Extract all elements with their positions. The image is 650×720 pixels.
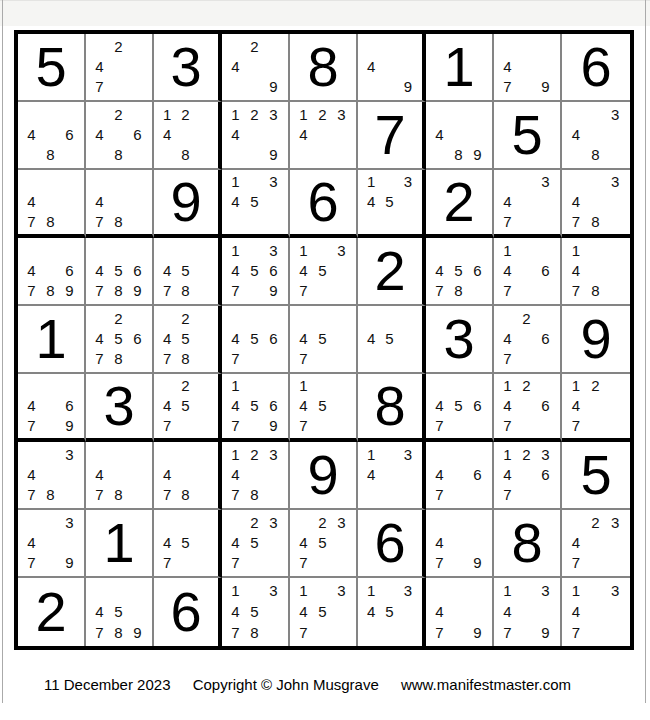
candidate-digit: 2 <box>586 512 606 532</box>
candidate-digit: 2 <box>109 104 128 124</box>
candidate-digit: 7 <box>158 553 176 573</box>
cell-r2c1[interactable]: 468 <box>18 102 86 170</box>
candidate-digit: 1 <box>498 580 517 601</box>
pencil-marks: 1345 <box>362 580 417 643</box>
candidate-digit: 1 <box>226 104 245 124</box>
candidate-digit: 2 <box>245 104 264 124</box>
pencil-marks: 457 <box>294 308 351 369</box>
candidate-digit: 4 <box>566 260 586 280</box>
cell-r4c1[interactable]: 46789 <box>18 238 86 306</box>
candidate-digit: 7 <box>158 485 176 505</box>
candidate-digit: 3 <box>264 104 283 124</box>
candidate-digit: 2 <box>517 376 536 396</box>
cell-r4c5[interactable]: 13457 <box>290 238 358 306</box>
cell-r8c6[interactable]: 6 <box>358 510 426 578</box>
cell-r5c4[interactable]: 4567 <box>222 306 290 374</box>
cell-r7c9[interactable]: 5 <box>562 442 630 510</box>
candidate-digit: 9 <box>128 622 147 643</box>
candidate-digit: 5 <box>313 260 332 280</box>
pencil-marks: 468 <box>22 104 79 165</box>
cell-r1c5[interactable]: 8 <box>290 34 358 102</box>
cell-value: 8 <box>494 510 560 576</box>
candidate-digit: 5 <box>313 601 332 622</box>
candidate-digit: 7 <box>22 553 41 573</box>
pencil-marks: 45678 <box>430 240 487 301</box>
cell-r7c3[interactable]: 478 <box>154 442 222 510</box>
cell-r8c2[interactable]: 1 <box>86 510 154 578</box>
cell-value: 2 <box>358 238 422 304</box>
candidate-digit: 7 <box>22 211 41 231</box>
cell-r1c4[interactable]: 249 <box>222 34 290 102</box>
candidate-digit: 6 <box>468 396 487 416</box>
candidate-digit: 4 <box>226 260 245 280</box>
candidate-digit: 6 <box>128 124 147 144</box>
candidate-digit: 2 <box>176 308 194 328</box>
pencil-marks: 1345 <box>362 172 417 231</box>
cell-r2c5[interactable]: 1234 <box>290 102 358 170</box>
cell-r6c5[interactable]: 1457 <box>290 374 358 442</box>
candidate-digit: 3 <box>264 240 283 260</box>
candidate-digit: 3 <box>605 172 625 192</box>
pencil-marks: 467 <box>430 444 487 505</box>
candidate-digit: 7 <box>226 281 245 301</box>
candidate-digit: 2 <box>313 104 332 124</box>
candidate-digit: 4 <box>430 260 449 280</box>
cell-r9c3[interactable]: 6 <box>154 578 222 646</box>
candidate-digit: 4 <box>294 124 313 144</box>
cell-r9c7[interactable]: 479 <box>426 578 494 646</box>
cell-value: 1 <box>18 306 84 372</box>
cell-r5c5[interactable]: 457 <box>290 306 358 374</box>
cell-r6c7[interactable]: 4567 <box>426 374 494 442</box>
cell-r3c4[interactable]: 1345 <box>222 170 290 238</box>
candidate-digit: 4 <box>22 192 41 212</box>
cell-r7c8[interactable]: 123467 <box>494 442 562 510</box>
cell-r9c2[interactable]: 45789 <box>86 578 154 646</box>
candidate-digit: 5 <box>176 260 194 280</box>
candidate-digit: 9 <box>399 77 417 97</box>
candidate-digit: 7 <box>22 485 41 505</box>
cell-r7c4[interactable]: 123478 <box>222 442 290 510</box>
candidate-digit: 4 <box>294 532 313 552</box>
pencil-marks: 2468 <box>90 104 147 165</box>
cell-r7c5[interactable]: 9 <box>290 442 358 510</box>
candidate-digit: 6 <box>60 124 79 144</box>
cell-r8c3[interactable]: 457 <box>154 510 222 578</box>
candidate-digit: 4 <box>430 124 449 144</box>
cell-value: 7 <box>358 102 422 168</box>
candidate-digit: 9 <box>60 553 79 573</box>
cell-r6c2[interactable]: 3 <box>86 374 154 442</box>
candidate-digit: 5 <box>245 192 264 212</box>
cell-r3c2[interactable]: 478 <box>86 170 154 238</box>
cell-r2c2[interactable]: 2468 <box>86 102 154 170</box>
candidate-digit: 9 <box>264 77 283 97</box>
candidate-digit: 3 <box>536 172 555 192</box>
candidate-digit: 5 <box>380 601 398 622</box>
candidate-digit: 1 <box>498 444 517 464</box>
candidate-digit: 1 <box>226 376 245 396</box>
cell-r2c4[interactable]: 12349 <box>222 102 290 170</box>
cell-r6c8[interactable]: 12467 <box>494 374 562 442</box>
candidate-digit: 7 <box>430 485 449 505</box>
candidate-digit: 7 <box>430 281 449 301</box>
candidate-digit: 5 <box>313 328 332 348</box>
candidate-digit: 7 <box>158 349 176 369</box>
pencil-marks: 1457 <box>294 376 351 435</box>
candidate-digit: 7 <box>90 622 109 643</box>
candidate-digit: 3 <box>332 240 351 260</box>
cell-r1c2[interactable]: 247 <box>86 34 154 102</box>
candidate-digit: 7 <box>226 415 245 435</box>
pencil-marks: 13457 <box>294 580 351 643</box>
cell-r5c8[interactable]: 2467 <box>494 306 562 374</box>
candidate-digit: 8 <box>109 622 128 643</box>
candidate-digit: 7 <box>566 415 586 435</box>
candidate-digit: 2 <box>245 512 264 532</box>
candidate-digit: 4 <box>362 464 380 484</box>
candidate-digit: 3 <box>605 104 625 124</box>
candidate-digit: 4 <box>498 260 517 280</box>
candidate-digit: 9 <box>536 622 555 643</box>
pencil-marks: 1478 <box>566 240 625 301</box>
candidate-digit: 2 <box>109 36 128 56</box>
candidate-digit: 7 <box>22 281 41 301</box>
cell-r9c4[interactable]: 134578 <box>222 578 290 646</box>
cell-value: 5 <box>562 442 630 508</box>
pencil-marks: 1345679 <box>226 240 283 301</box>
candidate-digit: 8 <box>109 211 128 231</box>
candidate-digit: 4 <box>90 328 109 348</box>
cell-r6c6[interactable]: 8 <box>358 374 426 442</box>
candidate-digit: 4 <box>430 601 449 622</box>
pencil-marks: 24578 <box>158 308 213 369</box>
pencil-marks: 4567 <box>226 308 283 369</box>
cell-value: 2 <box>426 170 492 234</box>
candidate-digit: 8 <box>586 281 606 301</box>
pencil-marks: 4578 <box>158 240 213 301</box>
pencil-marks: 348 <box>566 104 625 165</box>
candidate-digit: 1 <box>158 104 176 124</box>
cell-r1c8[interactable]: 479 <box>494 34 562 102</box>
cell-r5c3[interactable]: 24578 <box>154 306 222 374</box>
cell-value: 6 <box>562 34 630 100</box>
page-top-band <box>0 0 650 26</box>
candidate-digit: 3 <box>264 580 283 601</box>
pencil-marks: 46789 <box>22 240 79 301</box>
pencil-marks: 245678 <box>90 308 147 369</box>
pencil-marks: 1247 <box>566 376 625 435</box>
candidate-digit: 5 <box>109 260 128 280</box>
candidate-digit: 4 <box>498 601 517 622</box>
candidate-digit: 6 <box>264 260 283 280</box>
candidate-digit: 4 <box>362 56 380 76</box>
candidate-digit: 3 <box>399 172 417 192</box>
cell-r4c4[interactable]: 1345679 <box>222 238 290 306</box>
cell-r1c6[interactable]: 49 <box>358 34 426 102</box>
candidate-digit: 9 <box>264 281 283 301</box>
footer: 11 December 2023 Copyright © John Musgra… <box>44 676 571 693</box>
pencil-marks: 3478 <box>566 172 625 231</box>
candidate-digit: 4 <box>90 464 109 484</box>
candidate-digit: 2 <box>313 512 332 532</box>
cell-value: 3 <box>86 374 152 438</box>
candidate-digit: 4 <box>362 601 380 622</box>
candidate-digit: 7 <box>226 622 245 643</box>
candidate-digit: 7 <box>294 622 313 643</box>
candidate-digit: 6 <box>536 396 555 416</box>
cell-r3c1[interactable]: 478 <box>18 170 86 238</box>
candidate-digit: 4 <box>22 396 41 416</box>
candidate-digit: 3 <box>332 580 351 601</box>
candidate-digit: 7 <box>498 77 517 97</box>
candidate-digit: 8 <box>41 145 60 165</box>
candidate-digit: 4 <box>226 464 245 484</box>
footer-website: www.manifestmaster.com <box>401 676 571 693</box>
candidate-digit: 3 <box>399 444 417 464</box>
cell-r8c7[interactable]: 479 <box>426 510 494 578</box>
pencil-marks: 1467 <box>498 240 555 301</box>
cell-r6c3[interactable]: 2457 <box>154 374 222 442</box>
pencil-marks: 1345 <box>226 172 283 231</box>
cell-r6c4[interactable]: 145679 <box>222 374 290 442</box>
candidate-digit: 2 <box>245 444 264 464</box>
cell-r9c8[interactable]: 13479 <box>494 578 562 646</box>
cell-r7c1[interactable]: 3478 <box>18 442 86 510</box>
cell-r8c9[interactable]: 2347 <box>562 510 630 578</box>
candidate-digit: 7 <box>498 349 517 369</box>
cell-r3c6[interactable]: 1345 <box>358 170 426 238</box>
candidate-digit: 7 <box>226 485 245 505</box>
cell-r9c5[interactable]: 13457 <box>290 578 358 646</box>
pencil-marks: 4567 <box>430 376 487 435</box>
candidate-digit: 1 <box>566 240 586 260</box>
candidate-digit: 7 <box>498 281 517 301</box>
candidate-digit: 1 <box>362 172 380 192</box>
cell-r3c9[interactable]: 3478 <box>562 170 630 238</box>
pencil-marks: 3478 <box>22 444 79 505</box>
candidate-digit: 5 <box>380 328 398 348</box>
cell-r5c2[interactable]: 245678 <box>86 306 154 374</box>
cell-r5c1[interactable]: 1 <box>18 306 86 374</box>
cell-r3c3[interactable]: 9 <box>154 170 222 238</box>
candidate-digit: 7 <box>158 281 176 301</box>
candidate-digit: 4 <box>226 124 245 144</box>
pencil-marks: 1248 <box>158 104 213 165</box>
cell-r2c7[interactable]: 489 <box>426 102 494 170</box>
candidate-digit: 1 <box>294 580 313 601</box>
cell-r1c9[interactable]: 6 <box>562 34 630 102</box>
cell-r3c7[interactable]: 2 <box>426 170 494 238</box>
pencil-marks: 478 <box>158 444 213 505</box>
cell-r8c5[interactable]: 23457 <box>290 510 358 578</box>
cell-r7c2[interactable]: 478 <box>86 442 154 510</box>
candidate-digit: 1 <box>226 580 245 601</box>
candidate-digit: 8 <box>245 622 264 643</box>
pencil-marks: 478 <box>90 172 147 231</box>
candidate-digit: 2 <box>109 308 128 328</box>
cell-r7c6[interactable]: 134 <box>358 442 426 510</box>
candidate-digit: 7 <box>498 622 517 643</box>
candidate-digit: 6 <box>468 464 487 484</box>
candidate-digit: 4 <box>498 328 517 348</box>
pencil-marks: 478 <box>90 444 147 505</box>
cell-value: 9 <box>562 306 630 372</box>
candidate-digit: 9 <box>128 281 147 301</box>
candidate-digit: 7 <box>294 415 313 435</box>
candidate-digit: 3 <box>605 512 625 532</box>
candidate-digit: 4 <box>90 124 109 144</box>
cell-r9c6[interactable]: 1345 <box>358 578 426 646</box>
candidate-digit: 4 <box>498 192 517 212</box>
candidate-digit: 1 <box>294 104 313 124</box>
cell-r5c7[interactable]: 3 <box>426 306 494 374</box>
candidate-digit: 4 <box>294 328 313 348</box>
sudoku-board: 5247324984914796468246812481234912347489… <box>14 30 634 650</box>
candidate-digit: 4 <box>22 260 41 280</box>
candidate-digit: 4 <box>90 56 109 76</box>
cell-value: 2 <box>18 578 84 646</box>
pencil-marks: 1347 <box>566 580 625 643</box>
candidate-digit: 4 <box>498 464 517 484</box>
cell-r5c9[interactable]: 9 <box>562 306 630 374</box>
cell-r6c9[interactable]: 1247 <box>562 374 630 442</box>
candidate-digit: 6 <box>60 260 79 280</box>
candidate-digit: 8 <box>245 485 264 505</box>
pencil-marks: 12467 <box>498 376 555 435</box>
candidate-digit: 1 <box>294 240 313 260</box>
pencil-marks: 247 <box>90 36 147 97</box>
candidate-digit: 6 <box>264 328 283 348</box>
cell-r1c1[interactable]: 5 <box>18 34 86 102</box>
candidate-digit: 5 <box>313 396 332 416</box>
candidate-digit: 6 <box>468 260 487 280</box>
pencil-marks: 13479 <box>498 580 555 643</box>
candidate-digit: 7 <box>294 553 313 573</box>
cell-r8c8[interactable]: 8 <box>494 510 562 578</box>
candidate-digit: 9 <box>468 622 487 643</box>
candidate-digit: 3 <box>332 512 351 532</box>
cell-r4c2[interactable]: 456789 <box>86 238 154 306</box>
candidate-digit: 1 <box>498 240 517 260</box>
candidate-digit: 4 <box>226 532 245 552</box>
candidate-digit: 7 <box>430 553 449 573</box>
cell-r4c8[interactable]: 1467 <box>494 238 562 306</box>
candidate-digit: 4 <box>566 532 586 552</box>
candidate-digit: 7 <box>566 553 586 573</box>
candidate-digit: 8 <box>176 281 194 301</box>
cell-r2c6[interactable]: 7 <box>358 102 426 170</box>
cell-value: 6 <box>154 578 218 646</box>
candidate-digit: 5 <box>109 328 128 348</box>
candidate-digit: 4 <box>90 260 109 280</box>
cell-r2c8[interactable]: 5 <box>494 102 562 170</box>
candidate-digit: 7 <box>566 281 586 301</box>
pencil-marks: 489 <box>430 104 487 165</box>
cell-r6c1[interactable]: 4679 <box>18 374 86 442</box>
cell-value: 9 <box>290 442 356 508</box>
candidate-digit: 2 <box>176 104 194 124</box>
candidate-digit: 3 <box>264 172 283 192</box>
cell-r8c4[interactable]: 23457 <box>222 510 290 578</box>
candidate-digit: 3 <box>536 444 555 464</box>
candidate-digit: 7 <box>430 622 449 643</box>
cell-r4c6[interactable]: 2 <box>358 238 426 306</box>
candidate-digit: 8 <box>41 281 60 301</box>
candidate-digit: 5 <box>449 396 468 416</box>
pencil-marks: 347 <box>498 172 555 231</box>
candidate-digit: 8 <box>109 485 128 505</box>
candidate-digit: 1 <box>294 376 313 396</box>
cell-r8c1[interactable]: 3479 <box>18 510 86 578</box>
candidate-digit: 4 <box>226 601 245 622</box>
cell-value: 1 <box>86 510 152 576</box>
candidate-digit: 7 <box>90 77 109 97</box>
candidate-digit: 6 <box>264 396 283 416</box>
pencil-marks: 479 <box>430 512 487 573</box>
cell-r7c7[interactable]: 467 <box>426 442 494 510</box>
cell-r4c9[interactable]: 1478 <box>562 238 630 306</box>
candidate-digit: 5 <box>449 260 468 280</box>
candidate-digit: 5 <box>176 396 194 416</box>
cell-r5c6[interactable]: 45 <box>358 306 426 374</box>
candidate-digit: 2 <box>517 308 536 328</box>
candidate-digit: 8 <box>449 145 468 165</box>
pencil-marks: 49 <box>362 36 417 97</box>
pencil-marks: 2457 <box>158 376 213 435</box>
candidate-digit: 4 <box>430 532 449 552</box>
cell-r9c9[interactable]: 1347 <box>562 578 630 646</box>
pencil-marks: 13457 <box>294 240 351 301</box>
candidate-digit: 4 <box>158 396 176 416</box>
candidate-digit: 4 <box>566 192 586 212</box>
cell-r2c3[interactable]: 1248 <box>154 102 222 170</box>
cell-r4c7[interactable]: 45678 <box>426 238 494 306</box>
candidate-digit: 2 <box>176 376 194 396</box>
candidate-digit: 9 <box>264 145 283 165</box>
candidate-digit: 1 <box>498 376 517 396</box>
candidate-digit: 1 <box>226 444 245 464</box>
candidate-digit: 3 <box>399 580 417 601</box>
cell-r1c3[interactable]: 3 <box>154 34 222 102</box>
candidate-digit: 6 <box>60 396 79 416</box>
candidate-digit: 4 <box>158 532 176 552</box>
cell-r9c1[interactable]: 2 <box>18 578 86 646</box>
cell-value: 3 <box>426 306 492 372</box>
footer-date: 11 December 2023 <box>44 676 170 693</box>
candidate-digit: 5 <box>380 192 398 212</box>
pencil-marks: 2467 <box>498 308 555 369</box>
candidate-digit: 4 <box>294 601 313 622</box>
candidate-digit: 3 <box>536 580 555 601</box>
pencil-marks: 4679 <box>22 376 79 435</box>
candidate-digit: 4 <box>226 56 245 76</box>
cell-r3c5[interactable]: 6 <box>290 170 358 238</box>
candidate-digit: 1 <box>226 172 245 192</box>
candidate-digit: 4 <box>226 396 245 416</box>
cell-r2c9[interactable]: 348 <box>562 102 630 170</box>
pencil-marks: 456789 <box>90 240 147 301</box>
candidate-digit: 7 <box>566 211 586 231</box>
pencil-marks: 2347 <box>566 512 625 573</box>
cell-r1c7[interactable]: 1 <box>426 34 494 102</box>
candidate-digit: 7 <box>90 281 109 301</box>
pencil-marks: 134 <box>362 444 417 505</box>
cell-r3c8[interactable]: 347 <box>494 170 562 238</box>
candidate-digit: 8 <box>449 281 468 301</box>
cell-r4c3[interactable]: 4578 <box>154 238 222 306</box>
pencil-marks: 134578 <box>226 580 283 643</box>
